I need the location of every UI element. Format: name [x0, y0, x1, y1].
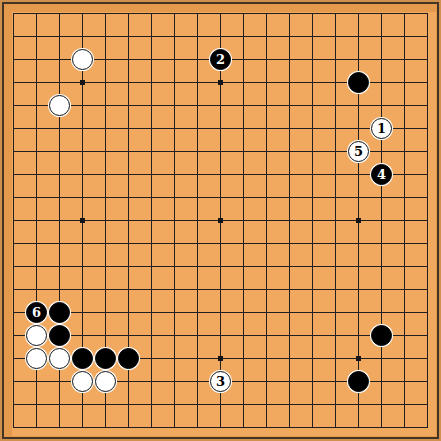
intersection[interactable]: [163, 370, 186, 393]
intersection[interactable]: [140, 117, 163, 140]
intersection[interactable]: [347, 255, 370, 278]
intersection[interactable]: [324, 71, 347, 94]
intersection[interactable]: [163, 232, 186, 255]
intersection[interactable]: [25, 278, 48, 301]
intersection[interactable]: [117, 232, 140, 255]
intersection[interactable]: [324, 370, 347, 393]
intersection[interactable]: [347, 209, 370, 232]
intersection[interactable]: [186, 301, 209, 324]
intersection[interactable]: [232, 2, 255, 25]
intersection[interactable]: [71, 186, 94, 209]
intersection[interactable]: [209, 163, 232, 186]
intersection[interactable]: [232, 370, 255, 393]
intersection[interactable]: [416, 25, 439, 48]
intersection[interactable]: [232, 416, 255, 439]
intersection[interactable]: [117, 416, 140, 439]
intersection[interactable]: [232, 140, 255, 163]
intersection[interactable]: [255, 255, 278, 278]
intersection[interactable]: [186, 393, 209, 416]
intersection[interactable]: [278, 163, 301, 186]
intersection[interactable]: [2, 163, 25, 186]
intersection[interactable]: [140, 347, 163, 370]
intersection[interactable]: [209, 255, 232, 278]
intersection[interactable]: [2, 324, 25, 347]
intersection[interactable]: [232, 94, 255, 117]
intersection[interactable]: [94, 2, 117, 25]
intersection[interactable]: [370, 94, 393, 117]
intersection[interactable]: [324, 209, 347, 232]
intersection[interactable]: [25, 209, 48, 232]
intersection[interactable]: [278, 25, 301, 48]
intersection[interactable]: [209, 186, 232, 209]
intersection[interactable]: [71, 48, 94, 71]
intersection[interactable]: [347, 278, 370, 301]
intersection[interactable]: [232, 163, 255, 186]
intersection[interactable]: [94, 48, 117, 71]
intersection[interactable]: [71, 71, 94, 94]
intersection[interactable]: [48, 255, 71, 278]
intersection[interactable]: [48, 94, 71, 117]
intersection[interactable]: [324, 301, 347, 324]
intersection[interactable]: [232, 117, 255, 140]
intersection[interactable]: [370, 301, 393, 324]
intersection[interactable]: [416, 163, 439, 186]
intersection[interactable]: [163, 94, 186, 117]
intersection[interactable]: [25, 370, 48, 393]
intersection[interactable]: [186, 232, 209, 255]
intersection[interactable]: [2, 278, 25, 301]
intersection[interactable]: [163, 117, 186, 140]
intersection[interactable]: [94, 324, 117, 347]
intersection[interactable]: [48, 347, 71, 370]
intersection[interactable]: [25, 232, 48, 255]
intersection[interactable]: [416, 117, 439, 140]
intersection[interactable]: [94, 232, 117, 255]
intersection[interactable]: [2, 140, 25, 163]
intersection[interactable]: [117, 186, 140, 209]
intersection[interactable]: [48, 140, 71, 163]
intersection[interactable]: [347, 163, 370, 186]
intersection[interactable]: 3: [209, 370, 232, 393]
intersection[interactable]: [186, 209, 209, 232]
intersection[interactable]: [347, 186, 370, 209]
intersection[interactable]: [140, 370, 163, 393]
intersection[interactable]: [278, 347, 301, 370]
intersection[interactable]: [71, 278, 94, 301]
intersection[interactable]: [278, 186, 301, 209]
intersection[interactable]: [71, 416, 94, 439]
intersection[interactable]: [163, 209, 186, 232]
intersection[interactable]: [255, 25, 278, 48]
intersection[interactable]: [25, 163, 48, 186]
intersection[interactable]: [186, 416, 209, 439]
intersection[interactable]: [94, 278, 117, 301]
intersection[interactable]: [301, 2, 324, 25]
intersection[interactable]: [117, 2, 140, 25]
intersection[interactable]: [416, 2, 439, 25]
intersection[interactable]: [71, 163, 94, 186]
intersection[interactable]: [393, 324, 416, 347]
intersection[interactable]: [48, 301, 71, 324]
intersection[interactable]: [25, 71, 48, 94]
intersection[interactable]: [117, 140, 140, 163]
intersection[interactable]: [25, 324, 48, 347]
intersection[interactable]: [94, 393, 117, 416]
intersection[interactable]: [278, 278, 301, 301]
intersection[interactable]: [163, 255, 186, 278]
intersection[interactable]: [163, 25, 186, 48]
intersection[interactable]: [94, 140, 117, 163]
intersection[interactable]: [186, 163, 209, 186]
intersection[interactable]: [370, 324, 393, 347]
intersection[interactable]: [2, 370, 25, 393]
intersection[interactable]: [140, 71, 163, 94]
intersection[interactable]: [278, 209, 301, 232]
intersection[interactable]: [232, 71, 255, 94]
intersection[interactable]: [186, 347, 209, 370]
intersection[interactable]: [416, 324, 439, 347]
intersection[interactable]: [347, 324, 370, 347]
intersection[interactable]: [416, 71, 439, 94]
intersection[interactable]: [278, 48, 301, 71]
intersection[interactable]: [393, 117, 416, 140]
intersection[interactable]: [255, 347, 278, 370]
intersection[interactable]: [209, 301, 232, 324]
intersection[interactable]: [393, 347, 416, 370]
intersection[interactable]: [140, 324, 163, 347]
intersection[interactable]: [71, 347, 94, 370]
intersection[interactable]: [347, 48, 370, 71]
intersection[interactable]: [186, 140, 209, 163]
intersection[interactable]: [163, 48, 186, 71]
intersection[interactable]: [25, 117, 48, 140]
intersection[interactable]: [140, 48, 163, 71]
intersection[interactable]: [255, 370, 278, 393]
intersection[interactable]: [209, 278, 232, 301]
intersection[interactable]: [301, 370, 324, 393]
intersection[interactable]: [301, 393, 324, 416]
intersection[interactable]: 2: [209, 48, 232, 71]
intersection[interactable]: [71, 324, 94, 347]
intersection[interactable]: [393, 25, 416, 48]
intersection[interactable]: [393, 232, 416, 255]
intersection[interactable]: [163, 140, 186, 163]
intersection[interactable]: [232, 232, 255, 255]
intersection[interactable]: [163, 301, 186, 324]
intersection[interactable]: [324, 347, 347, 370]
intersection[interactable]: [117, 324, 140, 347]
intersection[interactable]: [393, 255, 416, 278]
intersection[interactable]: [347, 2, 370, 25]
intersection[interactable]: [324, 324, 347, 347]
intersection[interactable]: [94, 117, 117, 140]
intersection[interactable]: [393, 140, 416, 163]
intersection[interactable]: [2, 393, 25, 416]
intersection[interactable]: [25, 186, 48, 209]
intersection[interactable]: [301, 94, 324, 117]
intersection[interactable]: [347, 94, 370, 117]
intersection[interactable]: [140, 186, 163, 209]
intersection[interactable]: [416, 209, 439, 232]
intersection[interactable]: [48, 209, 71, 232]
intersection[interactable]: [393, 94, 416, 117]
intersection[interactable]: [416, 416, 439, 439]
intersection[interactable]: [48, 2, 71, 25]
intersection[interactable]: [370, 393, 393, 416]
intersection[interactable]: [347, 71, 370, 94]
intersection[interactable]: [117, 117, 140, 140]
intersection[interactable]: [209, 416, 232, 439]
intersection[interactable]: [393, 370, 416, 393]
intersection[interactable]: [117, 163, 140, 186]
intersection[interactable]: [255, 94, 278, 117]
intersection[interactable]: [232, 301, 255, 324]
intersection[interactable]: [25, 347, 48, 370]
intersection[interactable]: [324, 255, 347, 278]
intersection[interactable]: [324, 140, 347, 163]
intersection[interactable]: [301, 301, 324, 324]
intersection[interactable]: [140, 301, 163, 324]
intersection[interactable]: [278, 416, 301, 439]
intersection[interactable]: [209, 209, 232, 232]
intersection[interactable]: [301, 209, 324, 232]
intersection[interactable]: [48, 25, 71, 48]
intersection[interactable]: [393, 2, 416, 25]
intersection[interactable]: [393, 163, 416, 186]
intersection[interactable]: [416, 232, 439, 255]
intersection[interactable]: [416, 140, 439, 163]
intersection[interactable]: [232, 209, 255, 232]
intersection[interactable]: [2, 232, 25, 255]
intersection[interactable]: [117, 25, 140, 48]
intersection[interactable]: [301, 186, 324, 209]
intersection[interactable]: [163, 416, 186, 439]
intersection[interactable]: [370, 232, 393, 255]
intersection[interactable]: [186, 278, 209, 301]
intersection[interactable]: [163, 186, 186, 209]
intersection[interactable]: [232, 347, 255, 370]
intersection[interactable]: [94, 186, 117, 209]
intersection[interactable]: [2, 347, 25, 370]
intersection[interactable]: [232, 278, 255, 301]
intersection[interactable]: 4: [370, 163, 393, 186]
intersection[interactable]: [71, 2, 94, 25]
intersection[interactable]: [71, 209, 94, 232]
intersection[interactable]: [2, 416, 25, 439]
intersection[interactable]: [232, 255, 255, 278]
intersection[interactable]: [2, 117, 25, 140]
intersection[interactable]: [48, 232, 71, 255]
intersection[interactable]: [255, 209, 278, 232]
intersection[interactable]: [140, 25, 163, 48]
intersection[interactable]: [209, 232, 232, 255]
intersection[interactable]: [255, 324, 278, 347]
intersection[interactable]: [2, 255, 25, 278]
intersection[interactable]: [2, 186, 25, 209]
intersection[interactable]: [48, 186, 71, 209]
intersection[interactable]: [278, 140, 301, 163]
intersection[interactable]: [25, 140, 48, 163]
intersection[interactable]: [347, 25, 370, 48]
intersection[interactable]: [140, 140, 163, 163]
intersection[interactable]: [25, 48, 48, 71]
intersection[interactable]: [324, 2, 347, 25]
intersection[interactable]: [416, 186, 439, 209]
intersection[interactable]: [186, 2, 209, 25]
intersection[interactable]: [301, 25, 324, 48]
intersection[interactable]: [186, 370, 209, 393]
intersection[interactable]: [209, 117, 232, 140]
intersection[interactable]: [209, 94, 232, 117]
intersection[interactable]: [71, 301, 94, 324]
intersection[interactable]: [117, 71, 140, 94]
intersection[interactable]: [370, 416, 393, 439]
intersection[interactable]: [94, 370, 117, 393]
intersection[interactable]: [301, 71, 324, 94]
intersection[interactable]: [370, 347, 393, 370]
intersection[interactable]: [324, 416, 347, 439]
intersection[interactable]: [117, 278, 140, 301]
intersection[interactable]: [370, 370, 393, 393]
intersection[interactable]: [25, 416, 48, 439]
intersection[interactable]: [71, 25, 94, 48]
intersection[interactable]: [301, 140, 324, 163]
intersection[interactable]: [163, 393, 186, 416]
intersection[interactable]: [232, 186, 255, 209]
intersection[interactable]: [140, 416, 163, 439]
intersection[interactable]: [94, 94, 117, 117]
intersection[interactable]: [48, 370, 71, 393]
intersection[interactable]: [209, 71, 232, 94]
intersection[interactable]: [347, 232, 370, 255]
intersection[interactable]: [71, 393, 94, 416]
intersection[interactable]: [163, 347, 186, 370]
intersection[interactable]: [25, 255, 48, 278]
intersection[interactable]: [255, 232, 278, 255]
intersection[interactable]: [140, 94, 163, 117]
intersection[interactable]: [416, 278, 439, 301]
intersection[interactable]: [117, 209, 140, 232]
intersection[interactable]: [94, 209, 117, 232]
intersection[interactable]: [48, 278, 71, 301]
intersection[interactable]: [186, 324, 209, 347]
intersection[interactable]: [2, 2, 25, 25]
intersection[interactable]: [94, 71, 117, 94]
intersection[interactable]: [117, 301, 140, 324]
intersection[interactable]: [324, 94, 347, 117]
intersection[interactable]: [255, 48, 278, 71]
intersection[interactable]: [393, 278, 416, 301]
intersection[interactable]: [416, 48, 439, 71]
intersection[interactable]: [48, 163, 71, 186]
intersection[interactable]: [255, 71, 278, 94]
intersection[interactable]: [48, 324, 71, 347]
intersection[interactable]: [232, 324, 255, 347]
intersection[interactable]: [370, 25, 393, 48]
intersection[interactable]: [416, 94, 439, 117]
intersection[interactable]: [117, 48, 140, 71]
intersection[interactable]: [393, 416, 416, 439]
intersection[interactable]: [117, 347, 140, 370]
intersection[interactable]: [278, 393, 301, 416]
intersection[interactable]: [347, 416, 370, 439]
intersection[interactable]: [324, 186, 347, 209]
intersection[interactable]: [393, 301, 416, 324]
intersection[interactable]: [416, 347, 439, 370]
intersection[interactable]: [278, 2, 301, 25]
intersection[interactable]: [163, 71, 186, 94]
intersection[interactable]: [140, 393, 163, 416]
intersection[interactable]: [301, 278, 324, 301]
intersection[interactable]: [278, 255, 301, 278]
intersection[interactable]: [347, 301, 370, 324]
intersection[interactable]: [48, 416, 71, 439]
intersection[interactable]: [48, 71, 71, 94]
intersection[interactable]: [278, 370, 301, 393]
intersection[interactable]: [71, 255, 94, 278]
intersection[interactable]: [301, 48, 324, 71]
intersection[interactable]: [347, 370, 370, 393]
intersection[interactable]: [94, 255, 117, 278]
intersection[interactable]: 5: [347, 140, 370, 163]
intersection[interactable]: [416, 370, 439, 393]
intersection[interactable]: [393, 209, 416, 232]
intersection[interactable]: [2, 209, 25, 232]
intersection[interactable]: [370, 186, 393, 209]
intersection[interactable]: [163, 278, 186, 301]
intersection[interactable]: [140, 278, 163, 301]
intersection[interactable]: [2, 94, 25, 117]
intersection[interactable]: [278, 232, 301, 255]
intersection[interactable]: [117, 94, 140, 117]
intersection[interactable]: [301, 416, 324, 439]
intersection[interactable]: [2, 71, 25, 94]
intersection[interactable]: [324, 48, 347, 71]
intersection[interactable]: [186, 117, 209, 140]
intersection[interactable]: [209, 393, 232, 416]
intersection[interactable]: [255, 393, 278, 416]
intersection[interactable]: [324, 25, 347, 48]
intersection[interactable]: [232, 48, 255, 71]
intersection[interactable]: [393, 186, 416, 209]
intersection[interactable]: [347, 117, 370, 140]
intersection[interactable]: [48, 48, 71, 71]
intersection[interactable]: [163, 163, 186, 186]
intersection[interactable]: [278, 71, 301, 94]
intersection[interactable]: [140, 163, 163, 186]
intersection[interactable]: [186, 25, 209, 48]
intersection[interactable]: [232, 393, 255, 416]
intersection[interactable]: [117, 255, 140, 278]
intersection[interactable]: [186, 186, 209, 209]
intersection[interactable]: [48, 393, 71, 416]
intersection[interactable]: [347, 347, 370, 370]
intersection[interactable]: [209, 347, 232, 370]
intersection[interactable]: [416, 301, 439, 324]
intersection[interactable]: [25, 393, 48, 416]
intersection[interactable]: [186, 94, 209, 117]
intersection[interactable]: [278, 301, 301, 324]
intersection[interactable]: [255, 301, 278, 324]
intersection[interactable]: [255, 117, 278, 140]
intersection[interactable]: [186, 71, 209, 94]
intersection[interactable]: [163, 2, 186, 25]
intersection[interactable]: [71, 117, 94, 140]
intersection[interactable]: [370, 48, 393, 71]
intersection[interactable]: [278, 94, 301, 117]
intersection[interactable]: [255, 2, 278, 25]
intersection[interactable]: [186, 48, 209, 71]
